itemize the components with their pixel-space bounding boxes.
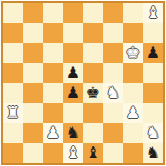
square-a4[interactable]: [3, 83, 23, 103]
square-g3[interactable]: ♟: [123, 103, 143, 123]
white-bishop: ♝: [66, 143, 80, 163]
square-b2[interactable]: [23, 123, 43, 143]
square-b7[interactable]: [23, 23, 43, 43]
square-h8[interactable]: ♝: [143, 3, 163, 23]
square-d4[interactable]: ♟: [63, 83, 83, 103]
square-f1[interactable]: [103, 143, 123, 163]
square-b3[interactable]: [23, 103, 43, 123]
square-d5[interactable]: ♟: [63, 63, 83, 83]
square-e3[interactable]: [83, 103, 103, 123]
white-pawn: ♟: [46, 123, 60, 143]
black-knight: ♞: [66, 123, 80, 143]
black-king: ♚: [86, 83, 100, 103]
square-h4[interactable]: [143, 83, 163, 103]
square-d1[interactable]: ♝: [63, 143, 83, 163]
square-f3[interactable]: [103, 103, 123, 123]
square-a2[interactable]: [3, 123, 23, 143]
square-h3[interactable]: [143, 103, 163, 123]
square-e4[interactable]: ♚: [83, 83, 103, 103]
square-b5[interactable]: [23, 63, 43, 83]
square-d3[interactable]: [63, 103, 83, 123]
white-knight: ♞: [106, 83, 120, 103]
square-g8[interactable]: [123, 3, 143, 23]
square-b6[interactable]: [23, 43, 43, 63]
black-pawn: ♟: [66, 63, 80, 83]
square-d8[interactable]: [63, 3, 83, 23]
white-knight: ♞: [146, 123, 160, 143]
square-f7[interactable]: [103, 23, 123, 43]
square-e5[interactable]: [83, 63, 103, 83]
square-h5[interactable]: [143, 63, 163, 83]
square-g2[interactable]: [123, 123, 143, 143]
square-g1[interactable]: [123, 143, 143, 163]
square-g5[interactable]: [123, 63, 143, 83]
square-a8[interactable]: [3, 3, 23, 23]
square-c7[interactable]: [43, 23, 63, 43]
board-grid: ♝♚♟♟♟♚♞♜♟♟♞♞♝♝♞: [3, 3, 163, 163]
square-f2[interactable]: [103, 123, 123, 143]
black-knight: ♞: [146, 143, 160, 163]
black-pawn: ♟: [66, 83, 80, 103]
chess-board: ♝♚♟♟♟♚♞♜♟♟♞♞♝♝♞: [1, 1, 165, 165]
square-g6[interactable]: ♚: [123, 43, 143, 63]
square-h2[interactable]: ♞: [143, 123, 163, 143]
square-f4[interactable]: ♞: [103, 83, 123, 103]
square-c3[interactable]: [43, 103, 63, 123]
square-c4[interactable]: [43, 83, 63, 103]
white-pawn: ♟: [126, 103, 140, 123]
square-e7[interactable]: [83, 23, 103, 43]
square-b1[interactable]: [23, 143, 43, 163]
black-bishop: ♝: [86, 143, 100, 163]
square-h6[interactable]: ♟: [143, 43, 163, 63]
square-e8[interactable]: [83, 3, 103, 23]
square-f8[interactable]: [103, 3, 123, 23]
square-c8[interactable]: [43, 3, 63, 23]
square-c5[interactable]: [43, 63, 63, 83]
square-e6[interactable]: [83, 43, 103, 63]
black-pawn: ♟: [146, 43, 160, 63]
square-b8[interactable]: [23, 3, 43, 23]
white-king: ♚: [126, 43, 140, 63]
square-d2[interactable]: ♞: [63, 123, 83, 143]
square-b4[interactable]: [23, 83, 43, 103]
square-f6[interactable]: [103, 43, 123, 63]
square-a1[interactable]: [3, 143, 23, 163]
square-h1[interactable]: ♞: [143, 143, 163, 163]
square-e2[interactable]: [83, 123, 103, 143]
square-d6[interactable]: [63, 43, 83, 63]
square-g7[interactable]: [123, 23, 143, 43]
square-d7[interactable]: [63, 23, 83, 43]
square-a6[interactable]: [3, 43, 23, 63]
white-bishop: ♝: [146, 3, 160, 23]
square-g4[interactable]: [123, 83, 143, 103]
square-a5[interactable]: [3, 63, 23, 83]
square-c2[interactable]: ♟: [43, 123, 63, 143]
square-f5[interactable]: [103, 63, 123, 83]
square-c6[interactable]: [43, 43, 63, 63]
square-h7[interactable]: [143, 23, 163, 43]
white-rook: ♜: [6, 103, 20, 123]
square-c1[interactable]: [43, 143, 63, 163]
square-a3[interactable]: ♜: [3, 103, 23, 123]
square-e1[interactable]: ♝: [83, 143, 103, 163]
square-a7[interactable]: [3, 23, 23, 43]
